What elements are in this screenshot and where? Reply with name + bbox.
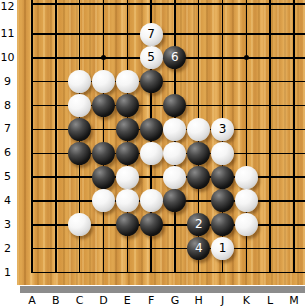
col-label-C: C xyxy=(70,294,90,308)
stone-black-F3[interactable] xyxy=(140,213,163,236)
stone-black-F7[interactable] xyxy=(140,118,163,141)
row-label-11: 11 xyxy=(0,27,15,41)
col-label-J: J xyxy=(213,294,233,308)
row-label-5: 5 xyxy=(0,170,15,184)
grid-line-v-L xyxy=(269,0,271,273)
grid-line-v-A xyxy=(31,0,33,273)
row-label-1: 1 xyxy=(0,266,15,280)
stone-white-K5[interactable] xyxy=(235,166,258,189)
row-label-2: 2 xyxy=(0,242,15,256)
stone-black-E7[interactable] xyxy=(116,118,139,141)
grid-line-h-12 xyxy=(31,3,305,5)
stone-black-E8[interactable] xyxy=(116,94,139,117)
col-label-L: L xyxy=(260,294,280,308)
stone-black-H6[interactable] xyxy=(187,142,210,165)
col-label-A: A xyxy=(22,294,42,308)
col-label-F: F xyxy=(141,294,161,308)
grid-line-v-B xyxy=(55,0,57,273)
stone-white-E9[interactable] xyxy=(116,70,139,93)
move-7-stone-white-F11[interactable]: 7 xyxy=(140,23,163,46)
row-label-8: 8 xyxy=(0,99,15,113)
stone-white-E5[interactable] xyxy=(116,166,139,189)
stone-black-D6[interactable] xyxy=(92,142,115,165)
move-5-stone-white-F10[interactable]: 5 xyxy=(140,46,163,69)
go-problem-widget: 7563241121110987654321ABCDEFGHJKLM xyxy=(0,0,305,308)
grid-line-h-1 xyxy=(31,272,305,274)
grid-line-v-D xyxy=(103,0,105,273)
stone-white-H7[interactable] xyxy=(187,118,210,141)
move-3-stone-white-J7[interactable]: 3 xyxy=(211,118,234,141)
stone-black-F9[interactable] xyxy=(140,70,163,93)
stone-white-F6[interactable] xyxy=(140,142,163,165)
stone-black-D5[interactable] xyxy=(92,166,115,189)
stone-white-G6[interactable] xyxy=(163,142,186,165)
row-label-9: 9 xyxy=(0,75,15,89)
row-label-7: 7 xyxy=(0,122,15,136)
col-label-E: E xyxy=(117,294,137,308)
col-label-H: H xyxy=(189,294,209,308)
stone-black-C7[interactable] xyxy=(68,118,91,141)
stone-white-J6[interactable] xyxy=(211,142,234,165)
board-shadow xyxy=(20,286,305,293)
col-label-B: B xyxy=(46,294,66,308)
stone-black-D8[interactable] xyxy=(92,94,115,117)
col-label-G: G xyxy=(165,294,185,308)
grid-line-h-2 xyxy=(31,248,305,250)
col-label-D: D xyxy=(93,294,113,308)
stone-white-D9[interactable] xyxy=(92,70,115,93)
stone-black-H5[interactable] xyxy=(187,166,210,189)
stone-black-J5[interactable] xyxy=(211,166,234,189)
row-label-6: 6 xyxy=(0,146,15,160)
stone-white-F4[interactable] xyxy=(140,189,163,212)
col-label-K: K xyxy=(236,294,256,308)
stone-black-C6[interactable] xyxy=(68,142,91,165)
row-label-3: 3 xyxy=(0,218,15,232)
stone-black-E6[interactable] xyxy=(116,142,139,165)
grid-line-v-M xyxy=(293,0,295,273)
grid-line-h-11 xyxy=(31,33,305,35)
row-label-10: 10 xyxy=(0,51,15,65)
stone-white-G5[interactable] xyxy=(163,166,186,189)
goban[interactable] xyxy=(17,0,305,285)
stone-black-E3[interactable] xyxy=(116,213,139,236)
row-label-12: 12 xyxy=(0,0,15,14)
col-label-M: M xyxy=(284,294,304,308)
row-label-4: 4 xyxy=(0,194,15,208)
